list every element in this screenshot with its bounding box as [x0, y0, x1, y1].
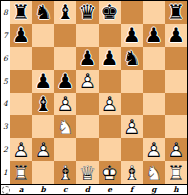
piece-glyph: ♟ [165, 24, 187, 47]
piece-glyph: ♟ [10, 24, 32, 47]
square-c8[interactable]: ♝ [54, 1, 76, 24]
piece-outline: ♙ [10, 138, 32, 161]
white-to-move-indicator [2, 186, 10, 194]
square-c4[interactable]: ♟♙ [54, 93, 76, 116]
black-pawn-piece: ♟ [54, 70, 76, 93]
square-a2[interactable]: ♟♙ [10, 138, 32, 161]
square-h2[interactable]: ♟♙ [165, 138, 187, 161]
piece-glyph: ♟ [54, 70, 76, 93]
white-pawn-piece: ♟♙ [76, 70, 98, 93]
white-rook-piece: ♜♖ [10, 161, 32, 184]
black-pawn-piece: ♟ [76, 47, 98, 70]
piece-outline: ♙ [143, 138, 165, 161]
piece-outline: ♙ [165, 138, 187, 161]
file-label-d: d [76, 185, 98, 194]
rank-label-1: 1 [1, 161, 10, 184]
square-e2[interactable] [99, 138, 121, 161]
black-king-piece: ♚ [99, 1, 121, 24]
square-g8[interactable] [143, 1, 165, 24]
square-h3[interactable] [165, 115, 187, 138]
white-knight-piece: ♞♘ [143, 161, 165, 184]
piece-outline: ♙ [99, 93, 121, 116]
black-rook-piece: ♜ [10, 1, 32, 24]
piece-fill: ♟ [121, 115, 143, 138]
square-f1[interactable]: ♝♗ [121, 161, 143, 184]
piece-outline: ♖ [165, 161, 187, 184]
square-b2[interactable]: ♟♙ [32, 138, 54, 161]
square-d7[interactable] [76, 24, 98, 47]
square-b4[interactable]: ♝ [32, 93, 54, 116]
piece-fill: ♟ [54, 93, 76, 116]
piece-outline: ♖ [10, 161, 32, 184]
piece-glyph: ♞ [121, 47, 143, 70]
black-rook-piece: ♜ [165, 1, 187, 24]
square-e3[interactable] [99, 115, 121, 138]
file-label-h: h [165, 185, 187, 194]
square-h1[interactable]: ♜♖ [165, 161, 187, 184]
file-label-a: a [10, 185, 32, 194]
piece-fill: ♜ [165, 161, 187, 184]
black-pawn-piece: ♟ [10, 24, 32, 47]
square-h7[interactable]: ♟ [165, 24, 187, 47]
piece-fill: ♞ [54, 115, 76, 138]
white-pawn-piece: ♟♙ [32, 138, 54, 161]
square-h8[interactable]: ♜ [165, 1, 187, 24]
square-g7[interactable]: ♟ [143, 24, 165, 47]
white-queen-piece: ♛♕ [76, 161, 98, 184]
square-g3[interactable] [143, 115, 165, 138]
piece-fill: ♟ [143, 138, 165, 161]
black-pawn-piece: ♟ [99, 47, 121, 70]
square-a6[interactable] [10, 47, 32, 70]
file-labels-strip: abcdefgh [1, 184, 187, 194]
square-g1[interactable]: ♞♘ [143, 161, 165, 184]
square-e6[interactable]: ♟ [99, 47, 121, 70]
piece-fill: ♟ [32, 138, 54, 161]
white-pawn-piece: ♟♙ [143, 138, 165, 161]
file-label-e: e [99, 185, 121, 194]
black-knight-piece: ♞ [32, 1, 54, 24]
square-g2[interactable]: ♟♙ [143, 138, 165, 161]
white-pawn-piece: ♟♙ [121, 115, 143, 138]
black-pawn-piece: ♟ [121, 24, 143, 47]
square-d1[interactable]: ♛♕ [76, 161, 98, 184]
square-c2[interactable] [54, 138, 76, 161]
square-h4[interactable] [165, 93, 187, 116]
piece-glyph: ♟ [143, 24, 165, 47]
white-pawn-piece: ♟♙ [54, 93, 76, 116]
white-pawn-piece: ♟♙ [99, 93, 121, 116]
rank-label-4: 4 [1, 93, 10, 116]
square-c3[interactable]: ♞♘ [54, 115, 76, 138]
chess-board: ♜♞♝♛♚♜♟♟♟♟♟♟♞♟♟♟♙♝♟♙♟♙♞♘♟♙♟♙♟♙♟♙♟♙♜♖♝♗♛♕… [10, 1, 187, 184]
square-a8[interactable]: ♜ [10, 1, 32, 24]
piece-outline: ♘ [143, 161, 165, 184]
square-e4[interactable]: ♟♙ [99, 93, 121, 116]
black-bishop-piece: ♝ [54, 1, 76, 24]
square-c7[interactable] [54, 24, 76, 47]
piece-fill: ♟ [10, 138, 32, 161]
square-f2[interactable] [121, 138, 143, 161]
square-d2[interactable] [76, 138, 98, 161]
piece-fill: ♜ [10, 161, 32, 184]
square-b1[interactable] [32, 161, 54, 184]
square-f8[interactable] [121, 1, 143, 24]
square-a5[interactable] [10, 70, 32, 93]
square-f6[interactable]: ♞ [121, 47, 143, 70]
piece-fill: ♚ [99, 161, 121, 184]
rank-label-7: 7 [1, 24, 10, 47]
square-d4[interactable] [76, 93, 98, 116]
black-queen-piece: ♛ [76, 1, 98, 24]
piece-outline: ♙ [121, 115, 143, 138]
rank-label-3: 3 [1, 115, 10, 138]
black-pawn-piece: ♟ [32, 70, 54, 93]
square-b8[interactable]: ♞ [32, 1, 54, 24]
piece-fill: ♞ [143, 161, 165, 184]
piece-fill: ♛ [76, 161, 98, 184]
rank-label-5: 5 [1, 70, 10, 93]
square-h6[interactable] [165, 47, 187, 70]
square-a7[interactable]: ♟ [10, 24, 32, 47]
file-labels: abcdefgh [10, 185, 187, 194]
square-f4[interactable] [121, 93, 143, 116]
piece-glyph: ♜ [10, 1, 32, 24]
piece-outline: ♗ [121, 161, 143, 184]
rank-label-8: 8 [1, 1, 10, 24]
square-e7[interactable] [99, 24, 121, 47]
square-b6[interactable] [32, 47, 54, 70]
square-e8[interactable]: ♚ [99, 1, 121, 24]
piece-glyph: ♚ [99, 1, 121, 24]
square-d8[interactable]: ♛ [76, 1, 98, 24]
square-a3[interactable] [10, 115, 32, 138]
white-pawn-piece: ♟♙ [10, 138, 32, 161]
piece-fill: ♟ [76, 70, 98, 93]
piece-outline: ♔ [99, 161, 121, 184]
square-d5[interactable]: ♟♙ [76, 70, 98, 93]
file-label-b: b [32, 185, 54, 194]
square-a4[interactable] [10, 93, 32, 116]
piece-glyph: ♜ [165, 1, 187, 24]
square-c6[interactable] [54, 47, 76, 70]
file-label-f: f [121, 185, 143, 194]
square-g4[interactable] [143, 93, 165, 116]
piece-glyph: ♟ [99, 47, 121, 70]
rank-labels: 87654321 [1, 1, 10, 184]
square-g6[interactable] [143, 47, 165, 70]
white-bishop-piece: ♝♗ [54, 161, 76, 184]
white-king-piece: ♚♔ [99, 161, 121, 184]
rank-label-2: 2 [1, 138, 10, 161]
file-label-g: g [143, 185, 165, 194]
square-c5[interactable]: ♟ [54, 70, 76, 93]
square-b3[interactable] [32, 115, 54, 138]
piece-outline: ♕ [76, 161, 98, 184]
piece-fill: ♟ [99, 93, 121, 116]
file-label-c: c [54, 185, 76, 194]
square-f7[interactable]: ♟ [121, 24, 143, 47]
piece-glyph: ♟ [76, 47, 98, 70]
piece-outline: ♙ [32, 138, 54, 161]
square-g5[interactable] [143, 70, 165, 93]
white-pawn-piece: ♟♙ [165, 138, 187, 161]
piece-glyph: ♞ [32, 1, 54, 24]
square-b5[interactable]: ♟ [32, 70, 54, 93]
piece-outline: ♙ [76, 70, 98, 93]
black-knight-piece: ♞ [121, 47, 143, 70]
piece-glyph: ♛ [76, 1, 98, 24]
piece-glyph: ♟ [121, 24, 143, 47]
square-a1[interactable]: ♜♖ [10, 161, 32, 184]
piece-outline: ♘ [54, 115, 76, 138]
piece-outline: ♗ [54, 161, 76, 184]
square-e1[interactable]: ♚♔ [99, 161, 121, 184]
piece-glyph: ♟ [32, 70, 54, 93]
square-h5[interactable] [165, 70, 187, 93]
black-pawn-piece: ♟ [165, 24, 187, 47]
white-knight-piece: ♞♘ [54, 115, 76, 138]
piece-glyph: ♝ [54, 1, 76, 24]
piece-fill: ♝ [121, 161, 143, 184]
piece-glyph: ♝ [32, 93, 54, 116]
square-f5[interactable] [121, 70, 143, 93]
piece-fill: ♝ [54, 161, 76, 184]
square-b7[interactable] [32, 24, 54, 47]
piece-fill: ♟ [165, 138, 187, 161]
black-bishop-piece: ♝ [32, 93, 54, 116]
square-d3[interactable] [76, 115, 98, 138]
square-e5[interactable] [99, 70, 121, 93]
black-pawn-piece: ♟ [143, 24, 165, 47]
white-bishop-piece: ♝♗ [121, 161, 143, 184]
square-d6[interactable]: ♟ [76, 47, 98, 70]
rank-label-6: 6 [1, 47, 10, 70]
square-c1[interactable]: ♝♗ [54, 161, 76, 184]
white-rook-piece: ♜♖ [165, 161, 187, 184]
square-f3[interactable]: ♟♙ [121, 115, 143, 138]
chess-diagram: 87654321 ♜♞♝♛♚♜♟♟♟♟♟♟♞♟♟♟♙♝♟♙♟♙♞♘♟♙♟♙♟♙♟… [0, 0, 188, 195]
piece-outline: ♙ [54, 93, 76, 116]
